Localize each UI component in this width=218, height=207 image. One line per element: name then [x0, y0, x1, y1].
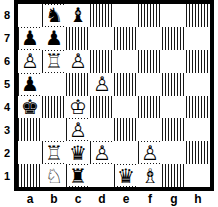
- white-rook-b2: ♖: [44, 142, 65, 163]
- rank-label-4: 4: [0, 96, 14, 119]
- square-d6: [90, 50, 114, 73]
- square-f6: [138, 50, 162, 73]
- square-d2: ♙: [90, 141, 114, 164]
- black-pawn-b7: ♟: [44, 28, 65, 49]
- square-c7: [66, 27, 90, 50]
- square-f3: [138, 118, 162, 141]
- square-h8: [186, 4, 210, 27]
- square-f8: [138, 4, 162, 27]
- white-rook-b6: ♖: [44, 51, 65, 72]
- rank-label-5: 5: [0, 73, 14, 96]
- square-h5: [186, 73, 210, 96]
- square-f5: [138, 73, 162, 96]
- rank-label-2: 2: [0, 141, 14, 164]
- rank-label-1: 1: [0, 164, 14, 187]
- square-e7: [114, 27, 138, 50]
- square-f1: ♗: [138, 164, 162, 187]
- square-h4: [186, 96, 210, 119]
- square-b5: [42, 73, 66, 96]
- rank-label-8: 8: [0, 4, 14, 27]
- white-pawn-f2: ♙: [140, 142, 161, 163]
- black-pawn-a5: ♟: [20, 74, 41, 95]
- chess-board: ♞♝♟♟♙♖♙♟♙♚♔♙♖♛♙♙♘♜♛♗: [14, 0, 214, 191]
- square-e3: [114, 118, 138, 141]
- black-pawn-a7: ♟: [20, 28, 41, 49]
- white-pawn-c3: ♙: [68, 119, 89, 140]
- square-e6: [114, 50, 138, 73]
- square-c3: ♙: [66, 118, 90, 141]
- black-knight-b8: ♞: [44, 5, 65, 26]
- black-king-a4: ♚: [20, 96, 41, 117]
- square-d4: [90, 96, 114, 119]
- square-b4: [42, 96, 66, 119]
- square-g6: [162, 50, 186, 73]
- black-queen-e1: ♛: [116, 165, 137, 186]
- square-b2: ♖: [42, 141, 66, 164]
- square-b8: ♞: [42, 4, 66, 27]
- black-rook-c1: ♜: [68, 165, 89, 186]
- square-a6: ♙: [18, 50, 42, 73]
- rank-label-3: 3: [0, 118, 14, 141]
- file-label-g: g: [162, 191, 186, 207]
- file-labels: abcdefgh: [14, 191, 214, 207]
- square-d8: [90, 4, 114, 27]
- square-a5: ♟: [18, 73, 42, 96]
- square-c5: [66, 73, 90, 96]
- chess-diagram: 87654321 ♞♝♟♟♙♖♙♟♙♚♔♙♖♛♙♙♘♜♛♗ abcdefgh: [0, 0, 218, 207]
- square-a1: [18, 164, 42, 187]
- square-a8: [18, 4, 42, 27]
- square-b1: ♘: [42, 164, 66, 187]
- square-f7: [138, 27, 162, 50]
- square-b7: ♟: [42, 27, 66, 50]
- white-king-c4: ♔: [68, 96, 89, 117]
- square-e2: [114, 141, 138, 164]
- rank-label-7: 7: [0, 27, 14, 50]
- square-h2: [186, 141, 210, 164]
- black-bishop-c8: ♝: [68, 5, 89, 26]
- white-pawn-c6: ♙: [68, 51, 89, 72]
- file-label-c: c: [66, 191, 90, 207]
- square-d5: ♙: [90, 73, 114, 96]
- square-c6: ♙: [66, 50, 90, 73]
- file-label-b: b: [42, 191, 66, 207]
- square-b6: ♖: [42, 50, 66, 73]
- square-h6: [186, 50, 210, 73]
- square-g7: [162, 27, 186, 50]
- square-f2: ♙: [138, 141, 162, 164]
- square-g4: [162, 96, 186, 119]
- square-g3: [162, 118, 186, 141]
- square-h7: [186, 27, 210, 50]
- square-c2: ♛: [66, 141, 90, 164]
- square-f4: [138, 96, 162, 119]
- black-queen-c2: ♛: [68, 142, 89, 163]
- white-knight-b1: ♘: [44, 165, 65, 186]
- white-pawn-d5: ♙: [92, 74, 113, 95]
- square-a7: ♟: [18, 27, 42, 50]
- file-label-f: f: [138, 191, 162, 207]
- chess-diagram-page: 87654321 ♞♝♟♟♙♖♙♟♙♚♔♙♖♛♙♙♘♜♛♗ abcdefgh: [0, 0, 218, 207]
- square-e5: [114, 73, 138, 96]
- square-g8: [162, 4, 186, 27]
- square-d1: [90, 164, 114, 187]
- square-a2: [18, 141, 42, 164]
- file-label-d: d: [90, 191, 114, 207]
- white-pawn-a6: ♙: [20, 51, 41, 72]
- square-g5: [162, 73, 186, 96]
- white-pawn-d2: ♙: [92, 142, 113, 163]
- square-e8: [114, 4, 138, 27]
- square-b3: [42, 118, 66, 141]
- square-d7: [90, 27, 114, 50]
- square-g2: [162, 141, 186, 164]
- square-c1: ♜: [66, 164, 90, 187]
- file-label-a: a: [18, 191, 42, 207]
- square-g1: [162, 164, 186, 187]
- file-label-e: e: [114, 191, 138, 207]
- square-a4: ♚: [18, 96, 42, 119]
- square-c4: ♔: [66, 96, 90, 119]
- square-d3: [90, 118, 114, 141]
- white-bishop-f1: ♗: [140, 165, 161, 186]
- square-h1: [186, 164, 210, 187]
- square-a3: [18, 118, 42, 141]
- square-e4: [114, 96, 138, 119]
- square-e1: ♛: [114, 164, 138, 187]
- file-label-h: h: [186, 191, 210, 207]
- rank-labels: 87654321: [0, 0, 14, 191]
- square-c8: ♝: [66, 4, 90, 27]
- square-h3: [186, 118, 210, 141]
- rank-label-6: 6: [0, 50, 14, 73]
